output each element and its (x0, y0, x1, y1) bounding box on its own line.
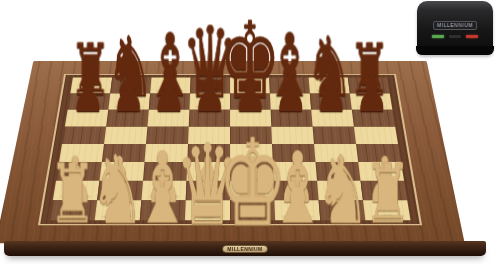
brand-plate-label: MILLENNIUM (227, 246, 262, 252)
square-a7[interactable]: ♟ (68, 93, 111, 109)
square-h1[interactable]: ♜ (363, 200, 411, 220)
module-base (416, 46, 494, 55)
square-b7[interactable]: ♟ (108, 93, 150, 109)
square-b6[interactable] (106, 110, 149, 127)
square-h6[interactable] (352, 110, 395, 127)
square-h7[interactable]: ♟ (350, 93, 393, 109)
square-f7[interactable]: ♟ (270, 93, 311, 109)
square-g6[interactable] (311, 110, 354, 127)
product-photo-scene: ♜♞♝♛♚♝♞♜♟♟♟♟♟♟♟♟♟♟♟♟♟♟♟♟♜♞♝♛♚♝♞♜ MILLENN… (0, 0, 500, 264)
square-g1[interactable]: ♞ (319, 200, 366, 220)
square-f1[interactable]: ♝ (274, 200, 320, 220)
chessboard-3d-wrapper: ♜♞♝♛♚♝♞♜♟♟♟♟♟♟♟♟♟♟♟♟♟♟♟♟♜♞♝♛♚♝♞♜ (16, 0, 444, 264)
red-led-indicator (466, 35, 478, 38)
module-led-strip (417, 35, 493, 38)
square-e7[interactable]: ♟ (230, 93, 271, 109)
piece-white-knight[interactable]: ♞ (315, 143, 370, 237)
board-inlay-margin: ♜♞♝♛♚♝♞♜♟♟♟♟♟♟♟♟♟♟♟♟♟♟♟♟♜♞♝♛♚♝♞♜ (40, 75, 420, 225)
square-c7[interactable]: ♟ (149, 93, 190, 109)
board-squares-grid: ♜♞♝♛♚♝♞♜♟♟♟♟♟♟♟♟♟♟♟♟♟♟♟♟♜♞♝♛♚♝♞♜ (50, 78, 411, 221)
square-g7[interactable]: ♟ (310, 93, 352, 109)
piece-white-rook[interactable]: ♜ (364, 154, 412, 236)
square-a6[interactable] (65, 110, 108, 127)
green-led-indicator (432, 35, 444, 38)
brand-plate: MILLENNIUM (222, 245, 268, 253)
module-logo-label: MILLENNIUM (433, 21, 477, 30)
chessboard-frame: ♜♞♝♛♚♝♞♜♟♟♟♟♟♟♟♟♟♟♟♟♟♟♟♟♜♞♝♛♚♝♞♜ (0, 61, 465, 243)
square-d7[interactable]: ♟ (189, 93, 230, 109)
board-front-edge: MILLENNIUM (4, 241, 486, 256)
chess-computer-module: MILLENNIUM (417, 1, 493, 55)
inactive-led-indicator (449, 35, 461, 38)
